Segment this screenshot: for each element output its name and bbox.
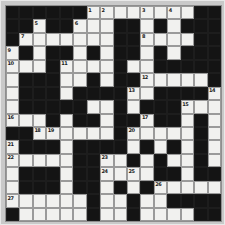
white-cell[interactable] (46, 33, 59, 46)
black-cell (73, 6, 86, 19)
white-cell[interactable] (114, 194, 127, 207)
white-cell[interactable] (114, 6, 127, 19)
black-cell (154, 87, 167, 100)
black-cell (60, 46, 73, 59)
white-cell[interactable] (208, 100, 221, 113)
white-cell[interactable]: 16 (6, 114, 19, 127)
white-cell[interactable] (181, 6, 194, 19)
black-cell (194, 6, 207, 19)
black-cell (127, 194, 140, 207)
white-cell[interactable] (167, 19, 180, 32)
black-cell (114, 87, 127, 100)
clue-number: 22 (8, 154, 14, 160)
white-cell[interactable] (60, 87, 73, 100)
black-cell (154, 100, 167, 113)
white-cell[interactable] (194, 73, 207, 86)
black-cell (127, 114, 140, 127)
clue-number: 17 (142, 114, 148, 120)
white-cell[interactable] (114, 167, 127, 180)
black-cell (127, 73, 140, 86)
black-cell (46, 6, 59, 19)
black-cell (194, 140, 207, 153)
black-cell (33, 73, 46, 86)
white-cell[interactable] (33, 208, 46, 221)
white-cell[interactable]: 8 (140, 33, 153, 46)
white-cell[interactable] (167, 73, 180, 86)
black-cell (208, 19, 221, 32)
white-cell[interactable] (154, 127, 167, 140)
clue-number: 23 (102, 154, 108, 160)
white-cell[interactable] (6, 87, 19, 100)
white-cell[interactable] (60, 167, 73, 180)
black-cell (194, 33, 207, 46)
black-cell (127, 154, 140, 167)
black-cell (87, 87, 100, 100)
clue-number: 6 (75, 20, 78, 26)
black-cell (194, 87, 207, 100)
white-cell[interactable] (73, 46, 86, 59)
white-cell[interactable] (73, 60, 86, 73)
white-cell[interactable] (194, 100, 207, 113)
white-cell[interactable]: 15 (181, 100, 194, 113)
white-cell[interactable] (87, 100, 100, 113)
black-cell (33, 167, 46, 180)
white-cell[interactable] (154, 6, 167, 19)
white-cell[interactable] (167, 154, 180, 167)
black-cell (46, 87, 59, 100)
black-cell (208, 167, 221, 180)
white-cell[interactable] (87, 19, 100, 32)
black-cell (46, 100, 59, 113)
clue-number: 9 (8, 47, 11, 53)
black-cell (60, 6, 73, 19)
white-cell[interactable]: 22 (6, 154, 19, 167)
white-cell[interactable] (87, 60, 100, 73)
white-cell[interactable] (73, 73, 86, 86)
white-cell[interactable] (19, 60, 32, 73)
white-cell[interactable]: 10 (6, 60, 19, 73)
white-cell[interactable] (100, 100, 113, 113)
white-cell[interactable] (140, 208, 153, 221)
black-cell (167, 140, 180, 153)
clue-number: 1 (88, 7, 91, 13)
white-cell[interactable] (100, 19, 113, 32)
white-cell[interactable] (127, 100, 140, 113)
clue-number: 14 (209, 87, 215, 93)
black-cell (127, 33, 140, 46)
black-cell (154, 114, 167, 127)
black-cell (19, 127, 32, 140)
white-cell[interactable] (6, 167, 19, 180)
clue-number: 15 (182, 101, 188, 107)
white-cell[interactable]: 7 (19, 33, 32, 46)
black-cell (167, 167, 180, 180)
white-cell[interactable]: 2 (100, 6, 113, 19)
clue-number: 24 (102, 168, 108, 174)
white-cell[interactable] (167, 33, 180, 46)
white-cell[interactable] (33, 33, 46, 46)
white-cell[interactable] (46, 208, 59, 221)
black-cell (194, 167, 207, 180)
white-cell[interactable] (154, 194, 167, 207)
white-cell[interactable] (46, 194, 59, 207)
black-cell (167, 100, 180, 113)
black-cell (208, 46, 221, 59)
white-cell[interactable] (167, 208, 180, 221)
white-cell[interactable] (127, 6, 140, 19)
white-cell[interactable] (73, 127, 86, 140)
clue-number: 11 (61, 60, 67, 66)
white-cell[interactable] (60, 127, 73, 140)
white-cell[interactable] (33, 154, 46, 167)
clue-number: 13 (128, 87, 134, 93)
black-cell (73, 87, 86, 100)
black-cell (208, 73, 221, 86)
black-cell (87, 114, 100, 127)
white-cell[interactable] (87, 127, 100, 140)
black-cell (114, 19, 127, 32)
black-cell (194, 60, 207, 73)
clue-number: 16 (8, 114, 14, 120)
black-cell (46, 181, 59, 194)
clue-number: 25 (128, 168, 134, 174)
white-cell[interactable] (181, 33, 194, 46)
white-cell[interactable] (100, 73, 113, 86)
white-cell[interactable] (127, 140, 140, 153)
clue-number: 20 (128, 127, 134, 133)
black-cell (87, 140, 100, 153)
white-cell[interactable]: 26 (154, 181, 167, 194)
white-cell[interactable]: 6 (73, 19, 86, 32)
black-cell (181, 19, 194, 32)
black-cell (181, 60, 194, 73)
black-cell (140, 181, 153, 194)
black-cell (167, 194, 180, 207)
black-cell (100, 140, 113, 153)
clue-number: 4 (169, 7, 172, 13)
black-cell (87, 194, 100, 207)
black-cell (87, 167, 100, 180)
white-cell[interactable]: 12 (140, 73, 153, 86)
black-cell (46, 46, 59, 59)
black-cell (87, 181, 100, 194)
white-cell[interactable]: 3 (140, 6, 153, 19)
black-cell (73, 140, 86, 153)
white-cell[interactable]: 24 (100, 167, 113, 180)
black-cell (208, 6, 221, 19)
white-cell[interactable] (140, 19, 153, 32)
white-cell[interactable] (33, 60, 46, 73)
white-cell[interactable] (19, 114, 32, 127)
white-cell[interactable] (100, 46, 113, 59)
black-cell (154, 167, 167, 180)
crossword-board: 1234567891011121314151617181920212223242… (5, 5, 222, 222)
clue-number: 3 (142, 7, 145, 13)
black-cell (60, 100, 73, 113)
clue-number: 26 (155, 181, 161, 187)
white-cell[interactable] (60, 208, 73, 221)
white-cell[interactable] (181, 73, 194, 86)
black-cell (154, 60, 167, 73)
white-cell[interactable] (100, 194, 113, 207)
black-cell (87, 73, 100, 86)
crossword-screenshot: 1234567891011121314151617181920212223242… (0, 0, 225, 225)
black-cell (19, 100, 32, 113)
clue-number: 10 (8, 60, 14, 66)
white-cell[interactable] (181, 127, 194, 140)
black-cell (19, 140, 32, 153)
black-cell (194, 194, 207, 207)
black-cell (87, 208, 100, 221)
black-cell (208, 194, 221, 207)
black-cell (73, 154, 86, 167)
white-cell[interactable] (100, 208, 113, 221)
white-cell[interactable] (140, 154, 153, 167)
white-cell[interactable] (181, 154, 194, 167)
white-cell[interactable] (140, 87, 153, 100)
black-cell (114, 100, 127, 113)
white-cell[interactable]: 5 (33, 19, 46, 32)
white-cell[interactable] (127, 60, 140, 73)
black-cell (140, 100, 153, 113)
white-cell[interactable] (208, 154, 221, 167)
black-cell (73, 167, 86, 180)
black-cell (127, 19, 140, 32)
clue-number: 8 (142, 33, 145, 39)
white-cell[interactable] (19, 154, 32, 167)
white-cell[interactable]: 1 (87, 6, 100, 19)
black-cell (114, 46, 127, 59)
black-cell (19, 167, 32, 180)
black-cell (167, 114, 180, 127)
clue-number: 21 (8, 141, 14, 147)
white-cell[interactable] (154, 140, 167, 153)
black-cell (114, 114, 127, 127)
black-cell (114, 33, 127, 46)
black-cell (154, 154, 167, 167)
clue-number: 19 (48, 127, 54, 133)
black-cell (194, 154, 207, 167)
black-cell (33, 100, 46, 113)
white-cell[interactable] (181, 181, 194, 194)
white-cell[interactable] (140, 194, 153, 207)
white-cell[interactable] (208, 127, 221, 140)
clue-number: 2 (102, 7, 105, 13)
white-cell[interactable] (194, 181, 207, 194)
white-cell[interactable] (154, 73, 167, 86)
white-cell[interactable] (60, 140, 73, 153)
black-cell (19, 46, 32, 59)
clue-number: 7 (21, 33, 24, 39)
white-cell[interactable]: 20 (127, 127, 140, 140)
black-cell (194, 208, 207, 221)
black-cell (19, 87, 32, 100)
white-cell[interactable] (140, 60, 153, 73)
white-cell[interactable]: 21 (6, 140, 19, 153)
black-cell (100, 87, 113, 100)
black-cell (87, 46, 100, 59)
white-cell[interactable] (181, 140, 194, 153)
black-cell (167, 87, 180, 100)
white-cell[interactable] (6, 100, 19, 113)
white-cell[interactable] (181, 208, 194, 221)
white-cell[interactable]: 11 (60, 60, 73, 73)
black-cell (194, 46, 207, 59)
white-cell[interactable] (100, 60, 113, 73)
white-cell[interactable] (6, 181, 19, 194)
white-cell[interactable] (46, 154, 59, 167)
black-cell (208, 208, 221, 221)
white-cell[interactable] (167, 181, 180, 194)
black-cell (46, 140, 59, 153)
white-cell[interactable]: 14 (208, 87, 221, 100)
white-cell[interactable] (100, 127, 113, 140)
black-cell (33, 181, 46, 194)
black-cell (33, 6, 46, 19)
black-cell (6, 127, 19, 140)
black-cell (154, 46, 167, 59)
white-cell[interactable] (60, 154, 73, 167)
white-cell[interactable] (140, 46, 153, 59)
white-cell[interactable]: 25 (127, 167, 140, 180)
white-cell[interactable] (60, 114, 73, 127)
white-cell[interactable] (208, 114, 221, 127)
white-cell[interactable] (73, 208, 86, 221)
clue-number: 5 (34, 20, 37, 26)
clue-number: 27 (8, 195, 14, 201)
white-cell[interactable] (100, 181, 113, 194)
white-cell[interactable]: 18 (33, 127, 46, 140)
black-cell (181, 46, 194, 59)
black-cell (140, 140, 153, 153)
black-cell (46, 114, 59, 127)
white-cell[interactable] (33, 194, 46, 207)
white-cell[interactable]: 27 (6, 194, 19, 207)
black-cell (46, 60, 59, 73)
black-cell (194, 114, 207, 127)
black-cell (114, 73, 127, 86)
black-cell (114, 60, 127, 73)
black-cell (19, 19, 32, 32)
white-cell[interactable] (60, 181, 73, 194)
white-cell[interactable] (73, 33, 86, 46)
black-cell (181, 194, 194, 207)
white-cell[interactable] (60, 73, 73, 86)
white-cell[interactable] (100, 33, 113, 46)
black-cell (114, 127, 127, 140)
white-cell[interactable] (181, 114, 194, 127)
white-cell[interactable] (114, 154, 127, 167)
white-cell[interactable] (33, 114, 46, 127)
black-cell (127, 208, 140, 221)
black-cell (114, 181, 127, 194)
white-cell[interactable] (181, 167, 194, 180)
black-cell (33, 140, 46, 153)
black-cell (87, 154, 100, 167)
black-cell (167, 60, 180, 73)
white-cell[interactable]: 9 (6, 46, 19, 59)
white-cell[interactable] (19, 208, 32, 221)
black-cell (73, 100, 86, 113)
board-frame: 1234567891011121314151617181920212223242… (0, 0, 225, 225)
white-cell[interactable] (73, 194, 86, 207)
white-cell[interactable] (114, 208, 127, 221)
black-cell (154, 19, 167, 32)
black-cell (194, 19, 207, 32)
white-cell[interactable]: 23 (100, 154, 113, 167)
white-cell[interactable] (60, 33, 73, 46)
white-cell[interactable] (19, 194, 32, 207)
black-cell (46, 167, 59, 180)
black-cell (208, 60, 221, 73)
black-cell (46, 19, 59, 32)
white-cell[interactable] (100, 114, 113, 127)
black-cell (6, 33, 19, 46)
white-cell[interactable]: 19 (46, 127, 59, 140)
black-cell (6, 6, 19, 19)
white-cell[interactable] (140, 127, 153, 140)
black-cell (6, 208, 19, 221)
black-cell (208, 33, 221, 46)
clue-number: 18 (34, 127, 40, 133)
white-cell[interactable]: 17 (140, 114, 153, 127)
black-cell (19, 73, 32, 86)
white-cell[interactable] (167, 127, 180, 140)
black-cell (114, 140, 127, 153)
white-cell[interactable] (33, 46, 46, 59)
white-cell[interactable] (87, 33, 100, 46)
black-cell (19, 6, 32, 19)
white-cell[interactable] (154, 33, 167, 46)
black-cell (181, 87, 194, 100)
black-cell (19, 181, 32, 194)
black-cell (194, 127, 207, 140)
black-cell (33, 87, 46, 100)
black-cell (46, 73, 59, 86)
black-cell (60, 19, 73, 32)
black-cell (6, 19, 19, 32)
white-cell[interactable] (167, 46, 180, 59)
black-cell (73, 181, 86, 194)
white-cell[interactable] (208, 140, 221, 153)
black-cell (127, 46, 140, 59)
white-cell[interactable] (208, 181, 221, 194)
white-cell[interactable] (60, 194, 73, 207)
white-cell[interactable] (154, 208, 167, 221)
clue-number: 12 (142, 74, 148, 80)
black-cell (73, 114, 86, 127)
white-cell[interactable] (140, 167, 153, 180)
white-cell[interactable]: 4 (167, 6, 180, 19)
white-cell[interactable] (6, 73, 19, 86)
white-cell[interactable]: 13 (127, 87, 140, 100)
white-cell[interactable] (127, 181, 140, 194)
